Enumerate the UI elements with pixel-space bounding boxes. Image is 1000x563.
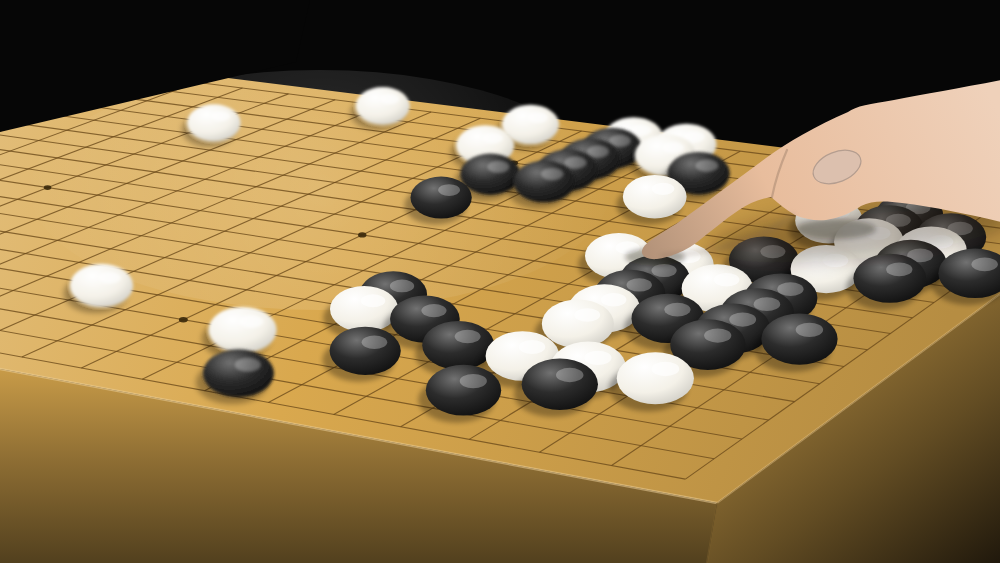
stone-body: [187, 104, 241, 141]
stone-highlight: [482, 132, 503, 143]
go-game-photo: [0, 0, 1000, 563]
stone-highlight: [704, 328, 731, 342]
stone-body: [617, 352, 694, 404]
go-board-photo: [0, 0, 1000, 563]
stone-highlight: [460, 374, 487, 388]
stone-highlight: [601, 293, 627, 307]
stone-highlight: [664, 303, 690, 317]
stone-body: [853, 254, 926, 303]
stone-highlight: [564, 157, 586, 169]
star-point: [44, 185, 52, 190]
stone-highlight: [584, 351, 611, 365]
stone-body: [542, 299, 614, 348]
stone-highlight: [609, 135, 630, 146]
stone-highlight: [438, 184, 460, 196]
stone-highlight: [556, 368, 583, 382]
stone-highlight: [528, 112, 549, 123]
stone-highlight: [729, 313, 756, 327]
stone-highlight: [362, 335, 388, 348]
stone-highlight: [651, 362, 679, 377]
stone-body: [623, 175, 687, 219]
stone-highlight: [587, 146, 609, 158]
stone-highlight: [487, 161, 509, 173]
stone-highlight: [519, 340, 546, 354]
stone-highlight: [390, 280, 414, 293]
stone-highlight: [754, 297, 781, 311]
stone-highlight: [971, 257, 997, 271]
star-point: [179, 317, 188, 323]
stone-body: [209, 307, 277, 353]
stone-highlight: [98, 272, 121, 284]
stone-body: [70, 264, 133, 307]
stone-highlight: [695, 160, 718, 172]
stone-highlight: [777, 282, 803, 296]
stone-body: [356, 87, 410, 125]
stone-highlight: [574, 308, 600, 322]
fingertip-contact-shadow: [796, 219, 876, 239]
stone-body: [426, 365, 501, 416]
stone-body: [513, 161, 574, 203]
stone-highlight: [541, 168, 563, 180]
stone-highlight: [652, 183, 675, 195]
stone-highlight: [662, 142, 684, 154]
stone-highlight: [235, 358, 261, 371]
stone-body: [761, 313, 837, 364]
stone-highlight: [421, 304, 446, 317]
stone-highlight: [796, 323, 823, 337]
star-point: [358, 232, 366, 237]
stone-body: [410, 177, 471, 219]
stone-highlight: [361, 294, 386, 307]
stone-highlight: [239, 315, 264, 328]
stone-highlight: [714, 273, 740, 287]
stone-highlight: [211, 111, 230, 121]
stone-highlight: [627, 278, 652, 291]
stone-body: [203, 349, 274, 397]
stone-highlight: [380, 94, 400, 105]
stone-body: [522, 359, 598, 410]
stone-highlight: [886, 263, 912, 277]
stone-body: [330, 327, 401, 375]
stone-highlight: [455, 330, 481, 344]
